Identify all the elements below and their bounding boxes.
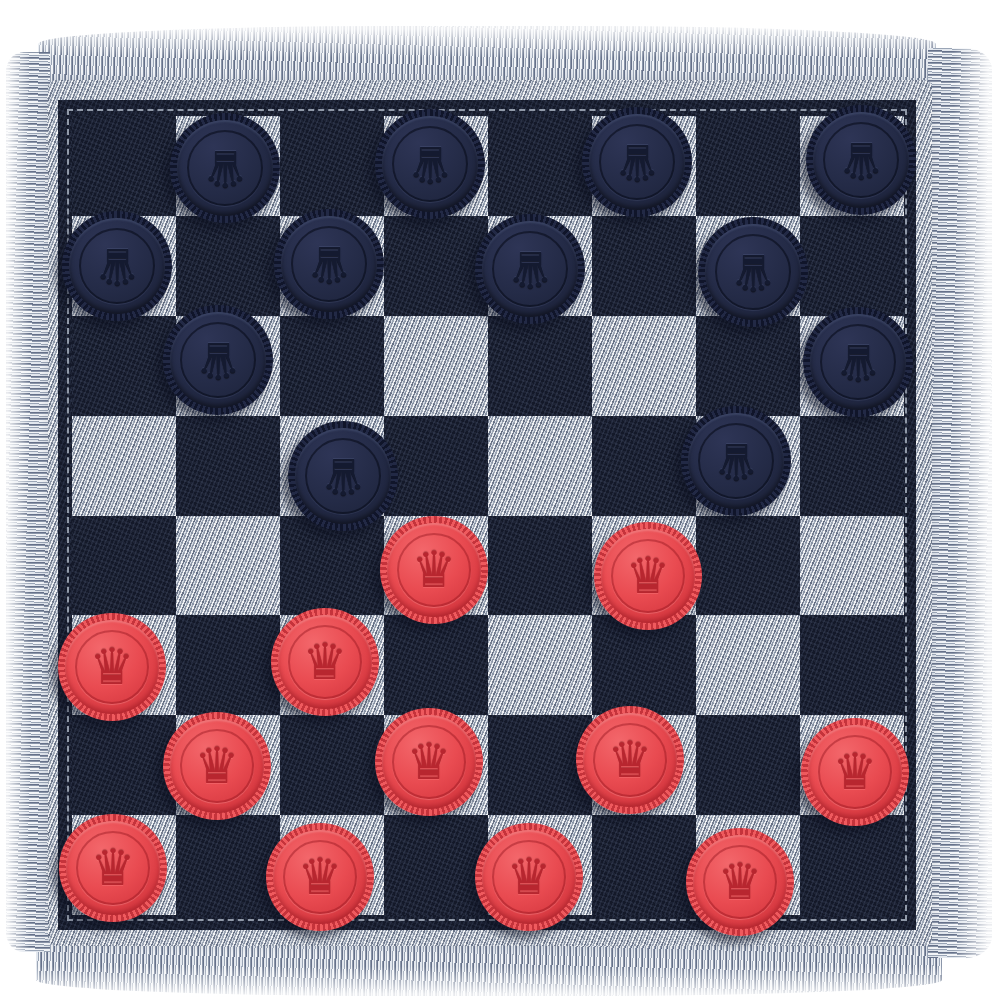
crown-emblem: ♛: [321, 451, 366, 501]
crown-emblem: ♛: [508, 244, 553, 294]
checker-black-r3c2[interactable]: ♛: [163, 305, 273, 415]
checker-black-r1c2[interactable]: ♛: [170, 113, 280, 223]
checker-black-r4c3[interactable]: ♛: [288, 421, 398, 531]
checker-red-r5c6[interactable]: ♛: [594, 522, 702, 630]
crown-emblem: ♛: [298, 852, 343, 902]
checker-black-r4c7[interactable]: ♛: [681, 406, 791, 516]
crown-emblem: ♛: [95, 241, 140, 291]
crown-emblem: ♛: [196, 335, 241, 385]
crown-emblem: ♛: [412, 545, 457, 595]
pieces-layer: ♛♛♛♛♛♛♛♛♛♛♛♛♛♛♛♛♛♛♛♛♛♛♛♛: [0, 0, 1000, 1000]
checker-black-r1c8[interactable]: ♛: [806, 105, 916, 215]
checker-red-r6c1[interactable]: ♛: [58, 613, 166, 721]
checker-red-r8c3[interactable]: ♛: [266, 823, 374, 931]
crown-emblem: ♛: [615, 137, 660, 187]
checker-red-r8c7[interactable]: ♛: [686, 828, 794, 936]
checker-black-r3c8[interactable]: ♛: [803, 307, 913, 417]
crown-emblem: ♛: [507, 852, 552, 902]
checker-red-r8c1[interactable]: ♛: [59, 814, 167, 922]
checker-black-r2c7[interactable]: ♛: [698, 217, 808, 327]
crown-emblem: ♛: [718, 857, 763, 907]
checker-red-r8c5[interactable]: ♛: [475, 823, 583, 931]
crown-emblem: ♛: [833, 747, 878, 797]
checker-black-r2c5[interactable]: ♛: [475, 214, 585, 324]
crown-emblem: ♛: [408, 139, 453, 189]
crown-emblem: ♛: [626, 551, 671, 601]
crown-emblem: ♛: [90, 642, 135, 692]
crown-emblem: ♛: [307, 239, 352, 289]
checker-black-r1c4[interactable]: ♛: [375, 109, 485, 219]
crown-emblem: ♛: [303, 637, 348, 687]
crown-emblem: ♛: [407, 737, 452, 787]
checker-red-r7c4[interactable]: ♛: [375, 708, 483, 816]
rug-checkers-photo: ♛♛♛♛♛♛♛♛♛♛♛♛♛♛♛♛♛♛♛♛♛♛♛♛: [0, 0, 1000, 1000]
checker-red-r7c2[interactable]: ♛: [163, 712, 271, 820]
crown-emblem: ♛: [203, 143, 248, 193]
checker-black-r2c3[interactable]: ♛: [274, 209, 384, 319]
checker-red-r7c6[interactable]: ♛: [576, 706, 684, 814]
crown-emblem: ♛: [195, 741, 240, 791]
crown-emblem: ♛: [608, 735, 653, 785]
crown-emblem: ♛: [714, 436, 759, 486]
crown-emblem: ♛: [731, 247, 776, 297]
checker-black-r1c6[interactable]: ♛: [582, 107, 692, 217]
crown-emblem: ♛: [91, 843, 136, 893]
checker-black-r2c1[interactable]: ♛: [62, 211, 172, 321]
checker-red-r7c8[interactable]: ♛: [801, 718, 909, 826]
checker-red-r6c3[interactable]: ♛: [271, 608, 379, 716]
crown-emblem: ♛: [839, 135, 884, 185]
checker-red-r5c4[interactable]: ♛: [380, 516, 488, 624]
crown-emblem: ♛: [836, 337, 881, 387]
